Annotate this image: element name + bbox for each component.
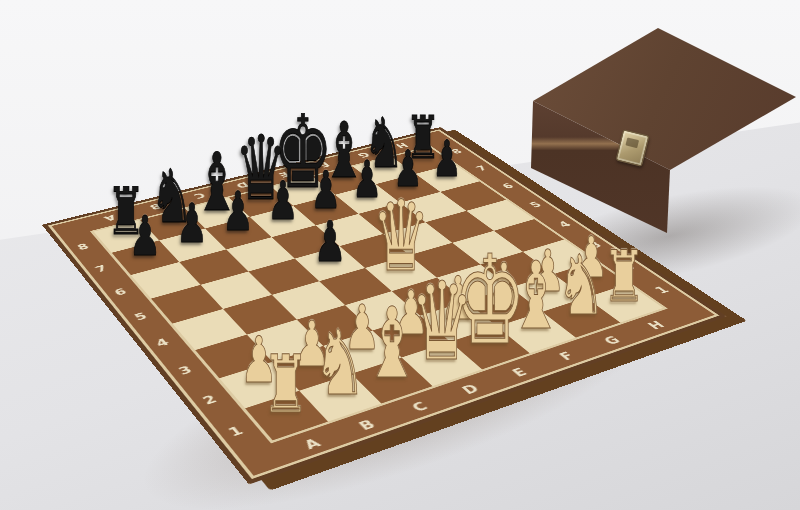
- product-photo-scene: AABBCCDDEEFFGGHH1122334455667788 ♜♞♝♛♚♝♞…: [0, 0, 800, 510]
- storage-box: [520, 20, 800, 245]
